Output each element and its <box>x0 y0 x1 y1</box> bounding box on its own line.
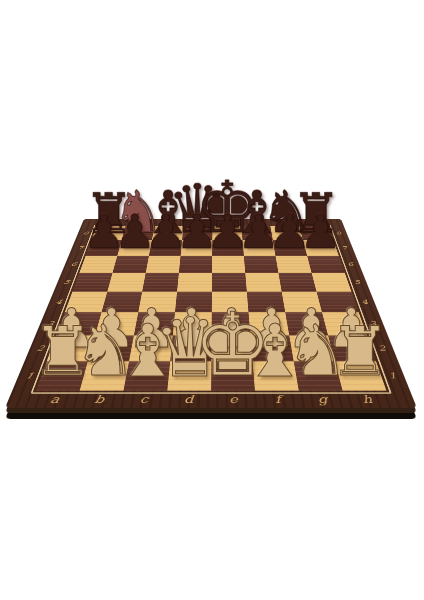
rank-label-right-5: 5 <box>353 279 361 284</box>
file-label-b: b <box>94 394 106 405</box>
square-c2 <box>129 335 173 361</box>
chess-board: a11b22c33d44e55f66g77h88 <box>5 219 417 408</box>
file-label-d: d <box>184 394 194 405</box>
rank-label-left-4: 4 <box>55 299 63 305</box>
square-f4 <box>247 292 285 313</box>
square-h8 <box>299 226 333 240</box>
file-label-h: h <box>361 394 374 405</box>
square-b7 <box>117 240 152 256</box>
square-d6 <box>179 256 212 273</box>
square-b4 <box>102 292 143 313</box>
square-c7 <box>149 240 182 256</box>
square-e4 <box>212 292 249 313</box>
square-e3 <box>212 312 251 335</box>
square-g4 <box>282 292 322 313</box>
square-f1 <box>253 361 299 390</box>
square-d7 <box>181 240 213 256</box>
square-b8 <box>122 226 155 240</box>
rank-label-right-6: 6 <box>347 262 354 267</box>
square-d3 <box>173 312 212 335</box>
square-h1 <box>335 361 387 390</box>
file-label-a: a <box>49 394 61 405</box>
rank-label-left-1: 1 <box>25 372 35 380</box>
square-c1 <box>123 361 170 390</box>
square-g5 <box>278 273 316 292</box>
rank-label-left-3: 3 <box>46 321 55 327</box>
square-d2 <box>170 335 211 361</box>
square-e8 <box>212 226 242 240</box>
square-e5 <box>212 273 247 292</box>
board-squares-grid <box>36 226 387 390</box>
square-f5 <box>245 273 281 292</box>
square-a3 <box>56 312 101 335</box>
square-a6 <box>79 256 117 273</box>
rank-label-right-7: 7 <box>341 246 348 250</box>
rank-label-right-2: 2 <box>377 345 386 352</box>
rank-label-right-4: 4 <box>361 299 369 305</box>
square-a5 <box>72 273 112 292</box>
square-h7 <box>303 240 339 256</box>
square-b1 <box>80 361 129 390</box>
file-label-g: g <box>317 394 329 405</box>
rank-label-left-5: 5 <box>63 279 71 284</box>
square-f6 <box>244 256 279 273</box>
square-c3 <box>134 312 175 335</box>
square-a8 <box>91 226 125 240</box>
square-b3 <box>95 312 138 335</box>
square-c5 <box>142 273 179 292</box>
file-label-e: e <box>229 394 238 405</box>
square-c8 <box>152 226 184 240</box>
square-e2 <box>211 335 252 361</box>
square-e7 <box>212 240 244 256</box>
square-f7 <box>243 240 276 256</box>
square-a7 <box>86 240 122 256</box>
rank-label-right-1: 1 <box>387 372 397 380</box>
square-b6 <box>113 256 149 273</box>
square-c6 <box>146 256 181 273</box>
square-h2 <box>328 335 376 361</box>
file-label-f: f <box>275 394 282 405</box>
rank-label-left-7: 7 <box>77 246 84 250</box>
square-e6 <box>212 256 245 273</box>
square-b5 <box>107 273 145 292</box>
square-d1 <box>167 361 211 390</box>
square-f8 <box>241 226 272 240</box>
square-a4 <box>65 292 108 313</box>
square-b2 <box>88 335 134 361</box>
square-g7 <box>273 240 307 256</box>
square-f3 <box>249 312 290 335</box>
product-photo-stage: a11b22c33d44e55f66g77h88 ♜♞♝♛♚♝♞♜♟♟♟♟♟♟♟… <box>0 0 424 600</box>
rank-label-left-6: 6 <box>70 262 77 267</box>
rank-label-right-8: 8 <box>335 231 342 235</box>
rank-label-right-3: 3 <box>369 321 378 327</box>
square-g3 <box>285 312 328 335</box>
square-g8 <box>270 226 303 240</box>
square-g2 <box>289 335 335 361</box>
square-f2 <box>250 335 293 361</box>
square-h4 <box>317 292 359 313</box>
square-h3 <box>322 312 367 335</box>
rank-label-left-8: 8 <box>83 231 90 235</box>
square-h6 <box>307 256 345 273</box>
square-d8 <box>182 226 212 240</box>
square-h5 <box>312 273 352 292</box>
rank-label-left-2: 2 <box>36 345 46 352</box>
square-d5 <box>177 273 212 292</box>
square-c4 <box>138 292 177 313</box>
file-label-c: c <box>139 394 149 405</box>
square-d4 <box>175 292 212 313</box>
square-g6 <box>275 256 311 273</box>
square-e1 <box>211 361 255 390</box>
